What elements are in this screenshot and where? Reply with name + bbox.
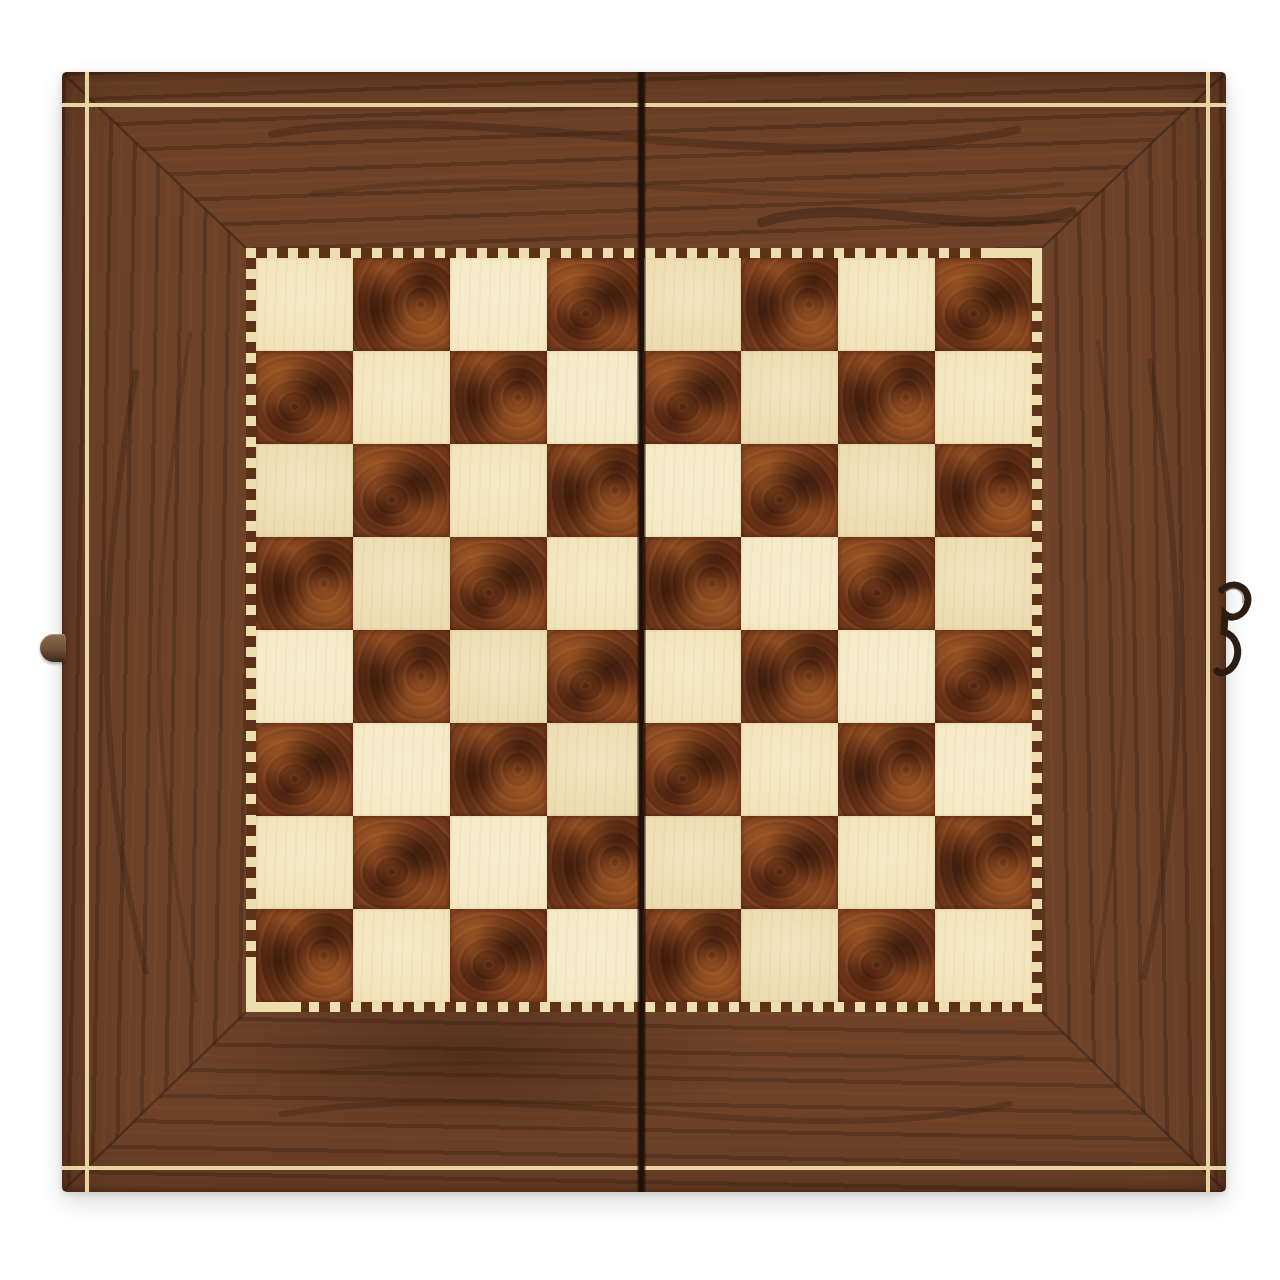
square-f3[interactable]	[741, 723, 838, 816]
square-g1[interactable]	[838, 909, 935, 1002]
border-corner-top-right	[1032, 248, 1042, 303]
square-b8[interactable]	[353, 258, 450, 351]
square-e6[interactable]	[644, 444, 741, 537]
square-h2[interactable]	[935, 816, 1032, 909]
border-corner-bottom-left	[246, 957, 256, 1012]
square-g6[interactable]	[838, 444, 935, 537]
square-f8[interactable]	[741, 258, 838, 351]
square-f4[interactable]	[741, 630, 838, 723]
dashed-border-top	[246, 248, 1042, 258]
square-g2[interactable]	[838, 816, 935, 909]
square-b4[interactable]	[353, 630, 450, 723]
square-e3[interactable]	[644, 723, 741, 816]
square-b2[interactable]	[353, 816, 450, 909]
square-f6[interactable]	[741, 444, 838, 537]
square-b5[interactable]	[353, 537, 450, 630]
square-h3[interactable]	[935, 723, 1032, 816]
square-a3[interactable]	[256, 723, 353, 816]
square-e1[interactable]	[644, 909, 741, 1002]
square-b7[interactable]	[353, 351, 450, 444]
square-h4[interactable]	[935, 630, 1032, 723]
square-g3[interactable]	[838, 723, 935, 816]
square-d8[interactable]	[547, 258, 644, 351]
square-f7[interactable]	[741, 351, 838, 444]
square-h7[interactable]	[935, 351, 1032, 444]
square-d7[interactable]	[547, 351, 644, 444]
square-d2[interactable]	[547, 816, 644, 909]
dashed-border-left	[246, 248, 256, 1012]
square-c3[interactable]	[450, 723, 547, 816]
square-e5[interactable]	[644, 537, 741, 630]
square-a4[interactable]	[256, 630, 353, 723]
dashed-border-bottom	[246, 1002, 1042, 1012]
square-a5[interactable]	[256, 537, 353, 630]
square-g7[interactable]	[838, 351, 935, 444]
square-f5[interactable]	[741, 537, 838, 630]
square-g8[interactable]	[838, 258, 935, 351]
board-surface	[62, 72, 1226, 1192]
square-e7[interactable]	[644, 351, 741, 444]
photo-background	[0, 0, 1280, 1280]
square-h1[interactable]	[935, 909, 1032, 1002]
square-f2[interactable]	[741, 816, 838, 909]
border-corner-bottom-left	[246, 1002, 301, 1012]
playing-field	[256, 258, 1032, 1002]
square-c6[interactable]	[450, 444, 547, 537]
square-b6[interactable]	[353, 444, 450, 537]
square-a2[interactable]	[256, 816, 353, 909]
square-d5[interactable]	[547, 537, 644, 630]
square-h8[interactable]	[935, 258, 1032, 351]
square-a7[interactable]	[256, 351, 353, 444]
square-c1[interactable]	[450, 909, 547, 1002]
square-h6[interactable]	[935, 444, 1032, 537]
square-d3[interactable]	[547, 723, 644, 816]
square-c4[interactable]	[450, 630, 547, 723]
square-a1[interactable]	[256, 909, 353, 1002]
square-d1[interactable]	[547, 909, 644, 1002]
square-e4[interactable]	[644, 630, 741, 723]
square-g4[interactable]	[838, 630, 935, 723]
folding-chess-board	[62, 72, 1226, 1192]
square-h5[interactable]	[935, 537, 1032, 630]
square-d6[interactable]	[547, 444, 644, 537]
square-b1[interactable]	[353, 909, 450, 1002]
left-clasp-knob	[40, 634, 66, 662]
square-a6[interactable]	[256, 444, 353, 537]
square-c2[interactable]	[450, 816, 547, 909]
square-c5[interactable]	[450, 537, 547, 630]
border-corner-top-right	[987, 248, 1042, 258]
square-e8[interactable]	[644, 258, 741, 351]
right-hook-clasp	[1212, 580, 1258, 678]
square-b3[interactable]	[353, 723, 450, 816]
square-g5[interactable]	[838, 537, 935, 630]
square-f1[interactable]	[741, 909, 838, 1002]
square-a8[interactable]	[256, 258, 353, 351]
square-c7[interactable]	[450, 351, 547, 444]
square-c8[interactable]	[450, 258, 547, 351]
square-d4[interactable]	[547, 630, 644, 723]
dashed-border-right	[1032, 248, 1042, 1012]
square-e2[interactable]	[644, 816, 741, 909]
